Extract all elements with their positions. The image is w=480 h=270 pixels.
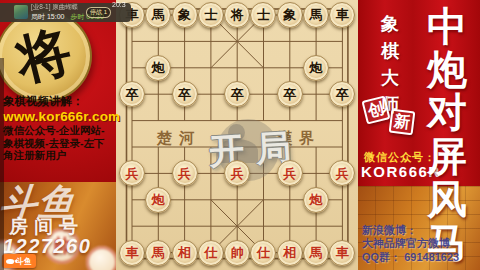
player-avatar[interactable] [14,5,28,19]
piece-char: 炮 [152,61,165,74]
mini-clock: 20:3 [112,1,126,8]
promo-line: 角注册新用户 [3,149,115,161]
piece-black[interactable]: 馬 [145,2,171,28]
piece-char: 馬 [310,246,323,259]
piece-red[interactable]: 兵 [329,160,355,186]
piece-char: 車 [336,8,349,21]
piece-char: 兵 [178,167,191,180]
board-grid: 車馬象士将士象馬車炮炮卒卒卒卒卒兵兵兵兵兵炮炮車馬相仕帥仕相馬車 [119,2,356,266]
piece-char: 兵 [231,167,244,180]
piece-black[interactable]: 象 [277,2,303,28]
piece-red[interactable]: 車 [329,239,355,265]
piece-char: 仕 [204,246,217,259]
piece-black[interactable]: 卒 [224,81,250,107]
title-char: 屏 [427,136,467,176]
brand-char: 大 [381,66,399,90]
decorative-general-piece: 将 [0,10,92,102]
piece-red[interactable]: 炮 [145,187,171,213]
piece-red[interactable]: 相 [171,239,197,265]
decorative-general-char: 将 [9,14,79,98]
promo-line: 象棋视频讲解： [3,95,115,109]
piece-char: 炮 [152,193,165,206]
weibo-line: QQ群： 691481623 [362,251,480,264]
promo-text-block: 象棋视频讲解： www.kor666r.com 微信公众号-企业网站- 象棋视频… [3,95,115,162]
piece-char: 卒 [336,88,349,101]
piece-char: 卒 [125,88,138,101]
piece-red[interactable]: 兵 [277,160,303,186]
weibo-line: 大神品牌官方微博 [362,237,480,250]
player-info-bar: [业8-1] 原曲蝴蝶 局时 15:00 步时 00:30 停战 1 20:3 [0,3,131,22]
piece-red[interactable]: 兵 [171,160,197,186]
piece-char: 兵 [336,167,349,180]
piece-char: 炮 [310,193,323,206]
brand-char: 象 [381,12,399,36]
piece-char: 象 [283,8,296,21]
piece-red[interactable]: 仕 [198,239,224,265]
stream-frame: 楚河 漢界 开局 車馬象士将士象馬車炮炮卒卒卒卒卒兵兵兵兵兵炮炮車馬相仕帥仕相馬… [0,0,480,270]
piece-char: 相 [178,246,191,259]
promo-line: 象棋视频-去登录-左下 [3,137,115,149]
xiangqi-board[interactable]: 楚河 漢界 开局 車馬象士将士象馬車炮炮卒卒卒卒卒兵兵兵兵兵炮炮車馬相仕帥仕相馬… [115,0,358,270]
piece-black[interactable]: 卒 [277,81,303,107]
weibo-text-block: 新浪微博： 大神品牌官方微博 QQ群： 691481623 [362,224,480,264]
promo-line: 微信公众号-企业网站- [3,124,115,136]
piece-char: 相 [283,246,296,259]
truce-badge[interactable]: 停战 1 [86,7,111,18]
piece-char: 兵 [283,167,296,180]
title-char: 风 [427,179,467,219]
piece-char: 象 [178,8,191,21]
stamp-char: 新 [393,111,411,134]
piece-black[interactable]: 象 [171,2,197,28]
piece-char: 馬 [310,8,323,21]
piece-char: 帥 [231,246,244,259]
game-time: 局时 15:00 [31,13,64,20]
piece-black[interactable]: 炮 [145,55,171,81]
piece-red[interactable]: 仕 [250,239,276,265]
piece-char: 車 [125,246,138,259]
piece-char: 卒 [283,88,296,101]
title-char: 中 [427,6,467,46]
piece-red[interactable]: 馬 [145,239,171,265]
player-name: [业8-1] 原曲蝴蝶 [31,3,78,12]
title-char: 炮 [427,49,467,89]
piece-red[interactable]: 馬 [303,239,329,265]
piece-char: 士 [204,8,217,21]
piece-black[interactable]: 車 [329,2,355,28]
right-overlay-panel: 象 棋 大 师 创 新 中 炮 对 屏 风 马 微信公众号： KOR666R 新… [358,0,480,270]
left-overlay-panel: 将 象棋视频讲解： www.kor666r.com 微信公众号-企业网站- 象棋… [0,0,116,270]
piece-char: 卒 [231,88,244,101]
brand-char: 棋 [381,39,399,63]
piece-black[interactable]: 将 [224,2,250,28]
piece-red[interactable]: 車 [119,239,145,265]
piece-black[interactable]: 士 [198,2,224,28]
piece-char: 兵 [125,167,138,180]
piece-char: 車 [336,246,349,259]
piece-char: 士 [257,8,270,21]
piece-black[interactable]: 馬 [303,2,329,28]
piece-black[interactable]: 卒 [119,81,145,107]
piece-black[interactable]: 士 [250,2,276,28]
website-text: www.kor666r.com [3,109,115,125]
title-char: 对 [427,92,467,132]
piece-char: 炮 [310,61,323,74]
piece-char: 馬 [152,8,165,21]
left-edge-shadow [0,58,4,270]
piece-red[interactable]: 兵 [119,160,145,186]
piece-char: 将 [231,8,244,21]
piece-black[interactable]: 卒 [329,81,355,107]
piece-black[interactable]: 卒 [171,81,197,107]
piece-black[interactable]: 炮 [303,55,329,81]
piece-char: 仕 [257,246,270,259]
piece-char: 卒 [178,88,191,101]
left-red-background: 将 象棋视频讲解： www.kor666r.com 微信公众号-企业网站- 象棋… [0,0,116,184]
piece-red[interactable]: 兵 [224,160,250,186]
douyu-logo: 斗鱼 [2,254,36,268]
piece-char: 馬 [152,246,165,259]
piece-red[interactable]: 相 [277,239,303,265]
bottom-photo-backdrop: 帅 斗鱼 房间号 1227260 斗鱼 [0,182,116,270]
weibo-line: 新浪微博： [362,224,480,237]
calligraphy-stamp: 新 [389,109,416,136]
stamp-char: 创 [366,98,387,122]
douyu-logo-text: 斗鱼 [16,256,32,267]
piece-red[interactable]: 帥 [224,239,250,265]
douyu-fish-icon [6,259,14,264]
piece-red[interactable]: 炮 [303,187,329,213]
